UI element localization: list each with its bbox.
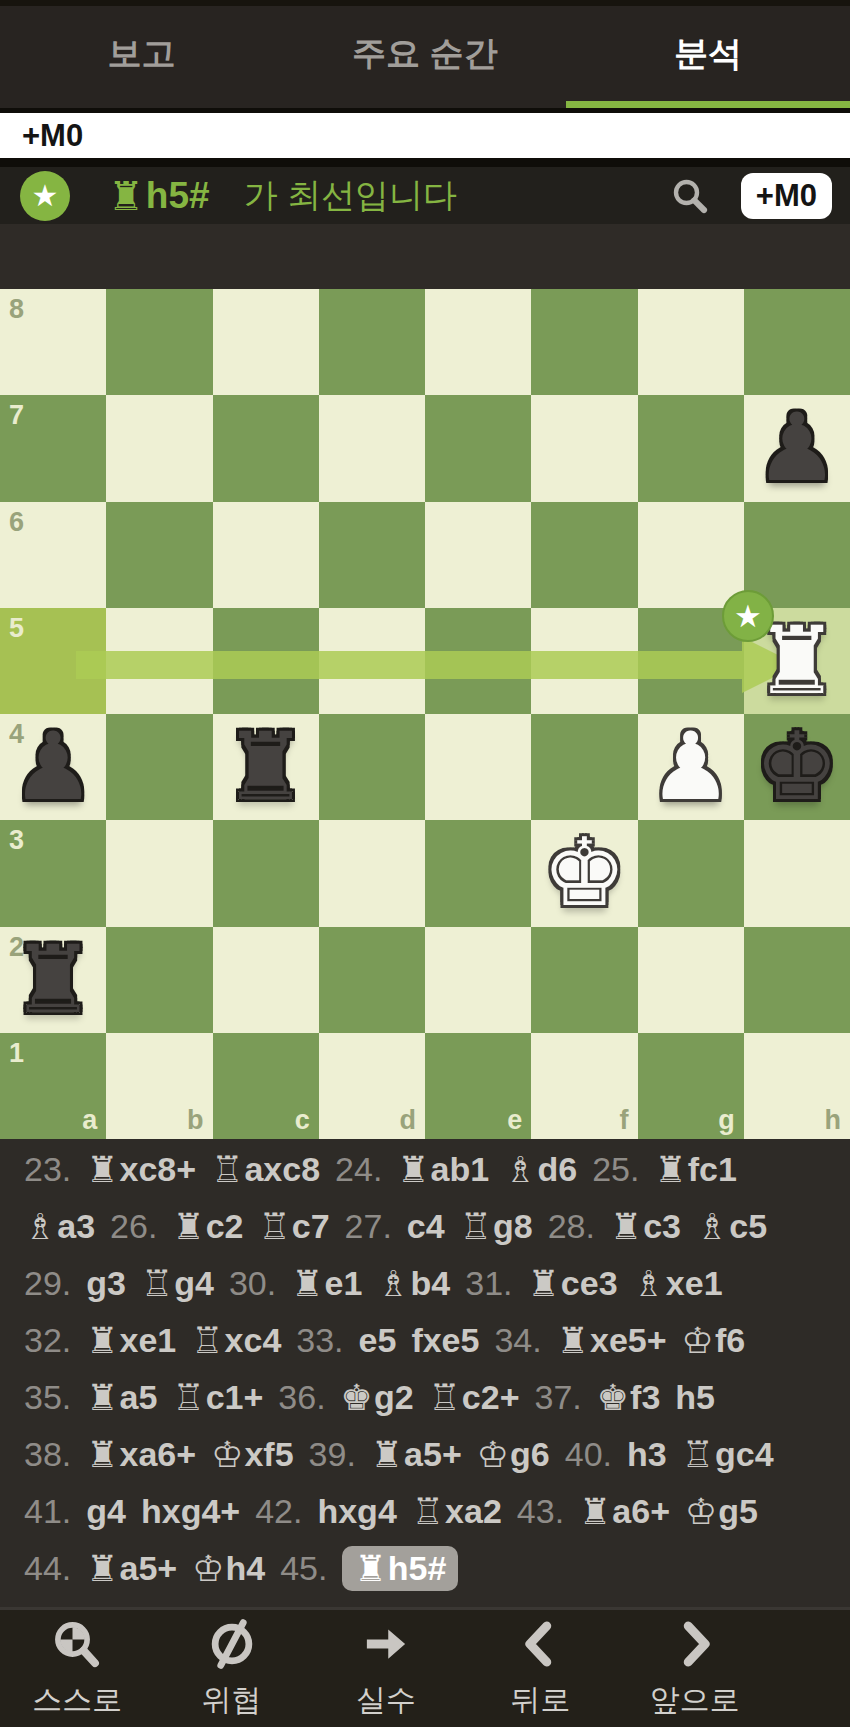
tab-key-moments[interactable]: 주요 순간: [283, 31, 566, 77]
move-number: 32.: [24, 1321, 71, 1360]
square-e8[interactable]: [425, 289, 531, 395]
move-number: 31.: [465, 1264, 512, 1303]
file-label-c: c: [295, 1105, 310, 1136]
move-number: 34.: [494, 1321, 541, 1360]
move[interactable]: ♖gc4: [682, 1435, 774, 1474]
move-line-8: 44.♜a5+♔h445.♜h5#: [24, 1540, 850, 1597]
move-number: 36.: [278, 1378, 325, 1417]
move-line-1: 23.♜xc8+♖axc824.♜ab1♗d625.♜fc1: [24, 1141, 850, 1198]
move[interactable]: h3: [627, 1435, 667, 1474]
threats-icon: [205, 1617, 259, 1671]
square-d4[interactable]: [319, 714, 425, 820]
piece-figurine-bR: ♖: [172, 1380, 204, 1416]
move-line-3: 29.g3♖g430.♜e1♗b431.♜ce3♗xe1: [24, 1255, 850, 1312]
move-line-4: 32.♜xe1♖xc433.e5fxe534.♜xe5+♔f6: [24, 1312, 850, 1369]
square-g8[interactable]: [638, 289, 744, 395]
move-line-5: 35.♜a5♖c1+36.♚g2♖c2+37.♚f3h5: [24, 1369, 850, 1426]
move[interactable]: g3: [86, 1264, 126, 1303]
move[interactable]: ♗xe1: [633, 1264, 723, 1303]
forward-button[interactable]: 앞으로: [618, 1610, 772, 1727]
square-g3[interactable]: [638, 820, 744, 926]
tab-report[interactable]: 보고: [0, 31, 283, 77]
move-number: 40.: [565, 1435, 612, 1474]
move-number: 26.: [110, 1207, 157, 1246]
square-d6[interactable]: [319, 502, 425, 608]
move[interactable]: ♜ab1: [397, 1150, 489, 1189]
square-a6[interactable]: 6: [0, 502, 106, 608]
piece-figurine-wK: ♚: [597, 1380, 629, 1416]
piece-figurine-bR: ♖: [429, 1380, 461, 1416]
square-f3[interactable]: ♚: [531, 820, 637, 926]
file-label-g: g: [718, 1105, 735, 1136]
move[interactable]: g4: [86, 1492, 126, 1531]
best-move-arrow-body: [76, 651, 742, 679]
move-number: 38.: [24, 1435, 71, 1474]
rank-label-6: 6: [9, 507, 24, 538]
move[interactable]: c4: [407, 1207, 445, 1246]
square-e3[interactable]: [425, 820, 531, 926]
move[interactable]: ♖axc8: [211, 1150, 320, 1189]
square-a8[interactable]: 8: [0, 289, 106, 395]
square-d2[interactable]: [319, 927, 425, 1033]
move[interactable]: ♜a5: [86, 1378, 157, 1417]
rank-label-5: 5: [9, 613, 24, 644]
square-c8[interactable]: [213, 289, 319, 395]
move-list: 23.♜xc8+♖axc824.♜ab1♗d625.♜fc1♗a326.♜c2♖…: [0, 1139, 850, 1607]
piece-figurine-bR: ♖: [141, 1266, 173, 1302]
move[interactable]: ♜ce3: [528, 1264, 618, 1303]
square-g7[interactable]: [638, 395, 744, 501]
square-b3[interactable]: [106, 820, 212, 926]
bottom-toolbar: 스스로 위협 실수 뒤로: [0, 1607, 850, 1727]
square-h2[interactable]: [744, 927, 850, 1033]
move[interactable]: ♖xa2: [412, 1492, 502, 1531]
move[interactable]: ♔g5: [685, 1492, 758, 1531]
square-b4[interactable]: [106, 714, 212, 820]
square-a4[interactable]: 4♟: [0, 714, 106, 820]
chess-board[interactable]: 87♟65♜4♟♜♟♚3♚2♜1abcdefgh★: [0, 289, 850, 1139]
piece-figurine-bR: ♖: [191, 1323, 223, 1359]
piece-bP-a4[interactable]: ♟: [0, 714, 106, 820]
piece-figurine-bR: ♖: [211, 1152, 243, 1188]
file-label-d: d: [400, 1105, 417, 1136]
search-icon[interactable]: [669, 175, 711, 217]
move[interactable]: ♜a6+: [579, 1492, 670, 1531]
move[interactable]: hxg4: [317, 1492, 396, 1531]
rank-label-3: 3: [9, 825, 24, 856]
square-c1[interactable]: c: [213, 1033, 319, 1139]
move[interactable]: ♔f6: [682, 1321, 746, 1360]
piece-figurine-wR: ♜: [291, 1266, 323, 1302]
square-c3[interactable]: [213, 820, 319, 926]
piece-figurine-bK: ♔: [477, 1437, 509, 1473]
piece-figurine-bK: ♔: [682, 1323, 714, 1359]
status-bar-edge: [0, 0, 850, 6]
move[interactable]: ♗c5: [696, 1207, 767, 1246]
piece-figurine-wK: ♚: [341, 1380, 373, 1416]
move[interactable]: ♜xe5+: [557, 1321, 667, 1360]
square-c4[interactable]: ♜: [213, 714, 319, 820]
square-d8[interactable]: [319, 289, 425, 395]
move-line-7: 41.g4hxg4+42.hxg4♖xa243.♜a6+♔g5: [24, 1483, 850, 1540]
best-move-notation[interactable]: ♜ h5#: [108, 175, 210, 217]
board-margin: [0, 224, 850, 289]
move[interactable]: ♗d6: [504, 1150, 577, 1189]
square-h8[interactable]: [744, 289, 850, 395]
move[interactable]: ♜xa6+: [86, 1435, 196, 1474]
move[interactable]: ♜xe1: [86, 1321, 176, 1360]
evaluation-bar: +M0: [0, 113, 850, 158]
square-g4[interactable]: ♟: [638, 714, 744, 820]
piece-figurine-wR: ♜: [579, 1494, 611, 1530]
square-h7[interactable]: ♟: [744, 395, 850, 501]
move-line-6: 38.♜xa6+♔xf539.♜a5+♔g640.h3♖gc4: [24, 1426, 850, 1483]
move-number: 33.: [296, 1321, 343, 1360]
square-d7[interactable]: [319, 395, 425, 501]
piece-figurine-bB: ♗: [24, 1209, 56, 1245]
piece-figurine-bB: ♗: [696, 1209, 728, 1245]
file-label-e: e: [507, 1105, 522, 1136]
move[interactable]: hxg4+: [141, 1492, 240, 1531]
piece-figurine-wR: ♜: [172, 1209, 204, 1245]
piece-figurine-wR: ♜: [610, 1209, 642, 1245]
move[interactable]: ♜a5+: [86, 1549, 177, 1588]
move[interactable]: ♗b4: [377, 1264, 450, 1303]
move[interactable]: ♚g2: [341, 1378, 414, 1417]
move[interactable]: fxe5: [411, 1321, 479, 1360]
square-e6[interactable]: [425, 502, 531, 608]
move[interactable]: h5: [675, 1378, 715, 1417]
square-b6[interactable]: [106, 502, 212, 608]
piece-figurine-bK: ♔: [192, 1551, 224, 1587]
mistakes-button[interactable]: 실수: [309, 1610, 463, 1727]
piece-bR-a2[interactable]: ♜: [0, 927, 106, 1033]
back-button[interactable]: 뒤로: [463, 1610, 617, 1727]
square-f4[interactable]: [531, 714, 637, 820]
move[interactable]: ♜a5+: [371, 1435, 462, 1474]
square-f1[interactable]: f: [531, 1033, 637, 1139]
move-number: 30.: [229, 1264, 276, 1303]
square-b1[interactable]: b: [106, 1033, 212, 1139]
move-number: 43.: [517, 1492, 564, 1531]
square-a1[interactable]: 1a: [0, 1033, 106, 1139]
piece-figurine-wR: ♜: [86, 1323, 118, 1359]
square-f2[interactable]: [531, 927, 637, 1033]
rank-label-7: 7: [9, 400, 24, 431]
move[interactable]: ♖g8: [460, 1207, 533, 1246]
file-label-b: b: [187, 1105, 204, 1136]
rank-label-1: 1: [9, 1038, 24, 1069]
move[interactable]: ♜c2: [172, 1207, 243, 1246]
active-tab-underline: [566, 101, 850, 108]
square-b8[interactable]: [106, 289, 212, 395]
tab-analysis[interactable]: 분석: [567, 31, 850, 77]
piece-figurine-wR: ♜: [86, 1152, 118, 1188]
move-number: 28.: [548, 1207, 595, 1246]
move[interactable]: ♔g6: [477, 1435, 550, 1474]
piece-figurine-wR: ♜: [557, 1323, 589, 1359]
square-e4[interactable]: [425, 714, 531, 820]
best-move-star-badge: ★: [722, 590, 774, 642]
piece-wK-f3[interactable]: ♚: [531, 820, 637, 926]
square-f7[interactable]: [531, 395, 637, 501]
move-number: 37.: [535, 1378, 582, 1417]
square-e7[interactable]: [425, 395, 531, 501]
file-label-a: a: [82, 1105, 97, 1136]
square-e2[interactable]: [425, 927, 531, 1033]
piece-figurine-bK: ♔: [211, 1437, 243, 1473]
piece-figurine-wR: ♜: [654, 1152, 686, 1188]
move-number: 25.: [592, 1150, 639, 1189]
piece-bR-c4[interactable]: ♜: [213, 714, 319, 820]
file-label-h: h: [825, 1105, 842, 1136]
piece-bP-h7[interactable]: ♟: [744, 395, 850, 501]
square-b2[interactable]: [106, 927, 212, 1033]
move[interactable]: ♜c3: [610, 1207, 681, 1246]
evaluation-value: +M0: [22, 118, 83, 154]
piece-figurine-wR: ♜: [354, 1551, 386, 1587]
chevron-left-icon: [513, 1617, 567, 1671]
square-e1[interactable]: e: [425, 1033, 531, 1139]
square-g1[interactable]: g: [638, 1033, 744, 1139]
piece-figurine-bB: ♗: [504, 1152, 536, 1188]
move-number: 41.: [24, 1492, 71, 1531]
move[interactable]: ♔xf5: [211, 1435, 293, 1474]
move-number: 35.: [24, 1378, 71, 1417]
rook-icon: ♜: [108, 176, 144, 216]
square-d3[interactable]: [319, 820, 425, 926]
divider: [0, 158, 850, 167]
piece-figurine-wR: ♜: [371, 1437, 403, 1473]
chess-analysis-app: 보고 주요 순간 분석 +M0 ★ ♜ h5# 가 최선입니다 +M0 87♟6…: [0, 0, 850, 1727]
best-move-bar: ★ ♜ h5# 가 최선입니다 +M0: [0, 167, 850, 224]
square-f8[interactable]: [531, 289, 637, 395]
move[interactable]: ♜xc8+: [86, 1150, 196, 1189]
piece-figurine-wR: ♜: [86, 1551, 118, 1587]
piece-bK-h4[interactable]: ♚: [744, 714, 850, 820]
square-g6[interactable]: [638, 502, 744, 608]
square-c6[interactable]: [213, 502, 319, 608]
move[interactable]: ♖g4: [141, 1264, 214, 1303]
piece-figurine-bR: ♖: [460, 1209, 492, 1245]
move-number: 27.: [345, 1207, 392, 1246]
move-number: 23.: [24, 1150, 71, 1189]
self-analysis-icon: [50, 1617, 104, 1671]
piece-figurine-wR: ♜: [397, 1152, 429, 1188]
threats-button[interactable]: 위협: [154, 1610, 308, 1727]
move-current[interactable]: ♜h5#: [342, 1546, 458, 1591]
move-number: 45.: [280, 1549, 327, 1588]
move-number: 44.: [24, 1549, 71, 1588]
square-h4[interactable]: ♚: [744, 714, 850, 820]
square-c7[interactable]: [213, 395, 319, 501]
move[interactable]: ♜e1: [291, 1264, 362, 1303]
piece-figurine-bK: ♔: [685, 1494, 717, 1530]
move-number: 29.: [24, 1264, 71, 1303]
best-move-star-icon: ★: [20, 171, 70, 221]
evaluation-badge: +M0: [741, 173, 832, 219]
piece-wP-g4[interactable]: ♟: [638, 714, 744, 820]
square-h1[interactable]: h: [744, 1033, 850, 1139]
move[interactable]: ♖c1+: [172, 1378, 263, 1417]
star-icon: ★: [734, 601, 762, 632]
piece-figurine-bB: ♗: [633, 1266, 665, 1302]
chevron-right-icon: [668, 1617, 722, 1671]
move[interactable]: e5: [359, 1321, 397, 1360]
piece-figurine-bR: ♖: [258, 1209, 290, 1245]
move[interactable]: ♖c2+: [429, 1378, 520, 1417]
move[interactable]: ♗a3: [24, 1207, 95, 1246]
move[interactable]: ♔h4: [192, 1549, 265, 1588]
self-analysis-button[interactable]: 스스로: [0, 1610, 154, 1727]
move[interactable]: ♖xc4: [191, 1321, 281, 1360]
tab-bar: 보고 주요 순간 분석: [0, 0, 850, 108]
mistakes-icon: [359, 1617, 413, 1671]
piece-figurine-bR: ♖: [682, 1437, 714, 1473]
move-line-2: ♗a326.♜c2♖c727.c4♖g828.♜c3♗c5: [24, 1198, 850, 1255]
square-g2[interactable]: [638, 927, 744, 1033]
move[interactable]: ♖c7: [258, 1207, 329, 1246]
rank-label-8: 8: [9, 294, 24, 325]
square-c2[interactable]: [213, 927, 319, 1033]
square-d1[interactable]: d: [319, 1033, 425, 1139]
square-h3[interactable]: [744, 820, 850, 926]
piece-figurine-bR: ♖: [412, 1494, 444, 1530]
square-a3[interactable]: 3: [0, 820, 106, 926]
best-move-message: 가 최선입니다: [244, 173, 457, 219]
square-a7[interactable]: 7: [0, 395, 106, 501]
piece-figurine-wR: ♜: [86, 1437, 118, 1473]
file-label-f: f: [620, 1105, 629, 1136]
move[interactable]: ♜fc1: [654, 1150, 736, 1189]
square-b7[interactable]: [106, 395, 212, 501]
piece-figurine-wR: ♜: [86, 1380, 118, 1416]
move-number: 24.: [335, 1150, 382, 1189]
move[interactable]: ♚f3: [597, 1378, 661, 1417]
move-number: 39.: [309, 1435, 356, 1474]
piece-figurine-bB: ♗: [377, 1266, 409, 1302]
square-f6[interactable]: [531, 502, 637, 608]
piece-figurine-wR: ♜: [528, 1266, 560, 1302]
move-number: 42.: [255, 1492, 302, 1531]
square-a2[interactable]: 2♜: [0, 927, 106, 1033]
